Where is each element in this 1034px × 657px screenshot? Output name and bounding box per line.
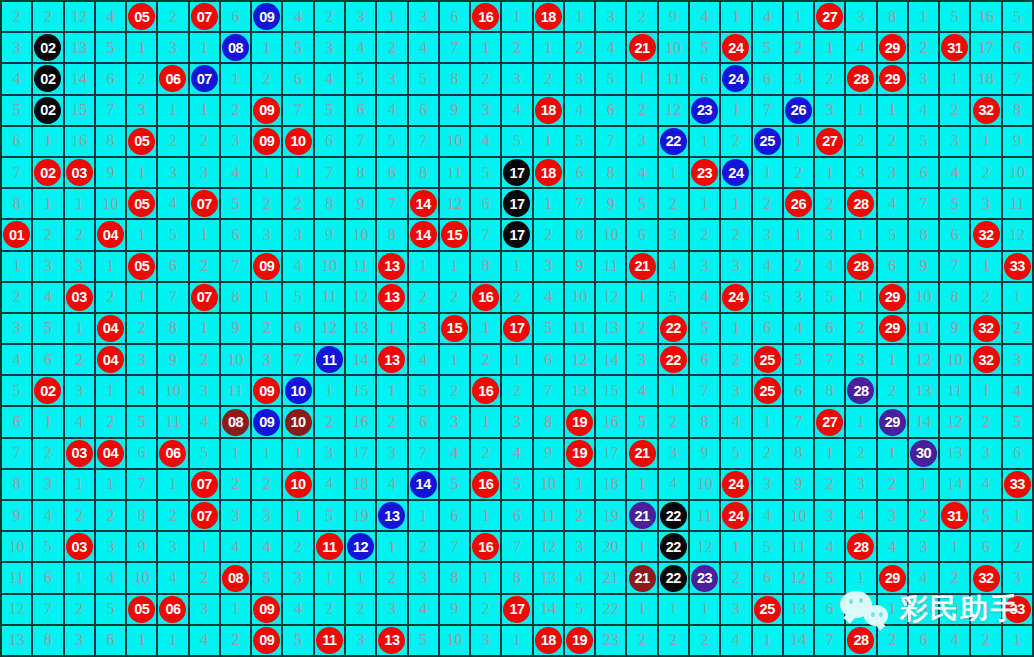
grid-cell: 14 xyxy=(65,64,94,93)
grid-cell: 4 xyxy=(596,33,625,62)
grid-cell: 4 xyxy=(565,96,594,125)
grid-cell: 4 xyxy=(158,563,187,592)
grid-cell: 2 xyxy=(2,2,31,31)
grid-cell: 33 xyxy=(1003,470,1032,499)
grid-cell: 1 xyxy=(221,439,250,468)
grid-cell: 32 xyxy=(971,96,1000,125)
grid-cell: 4 xyxy=(283,252,312,281)
grid-cell: 4 xyxy=(909,563,938,592)
grid-cell: 8 xyxy=(2,189,31,218)
grid-cell: 6 xyxy=(1003,439,1032,468)
grid-cell: 3 xyxy=(252,220,281,249)
grid-cell: 1 xyxy=(534,189,563,218)
grid-cell: 1 xyxy=(659,595,688,624)
grid-cell: 1 xyxy=(252,283,281,312)
grid-cell: 1 xyxy=(721,314,750,343)
grid-cell: 3 xyxy=(315,439,344,468)
grid-cell: 08 xyxy=(221,33,250,62)
grid-cell: 4 xyxy=(846,501,875,530)
grid-cell: 10 xyxy=(221,345,250,374)
grid-cell: 12 xyxy=(534,532,563,561)
ball-11: 11 xyxy=(316,627,343,654)
grid-cell: 6 xyxy=(753,563,782,592)
grid-cell: 11 xyxy=(596,252,625,281)
ball-22: 22 xyxy=(660,533,687,560)
grid-cell: 5 xyxy=(502,127,531,156)
grid-cell: 10 xyxy=(127,563,156,592)
grid-cell: 3 xyxy=(65,252,94,281)
grid-cell: 8 xyxy=(346,158,375,187)
grid-cell: 7 xyxy=(753,96,782,125)
grid-cell: 1 xyxy=(753,626,782,655)
grid-cell: 1 xyxy=(252,33,281,62)
grid-cell: 1 xyxy=(377,376,406,405)
grid-cell: 14 xyxy=(409,220,438,249)
grid-cell: 02 xyxy=(33,96,62,125)
grid-cell: 2 xyxy=(627,314,656,343)
grid-cell: 24 xyxy=(721,33,750,62)
grid-cell: 6 xyxy=(596,96,625,125)
grid-cell: 5 xyxy=(971,501,1000,530)
ball-13: 13 xyxy=(378,253,405,280)
grid-cell: 4 xyxy=(627,376,656,405)
grid-cell: 6 xyxy=(221,220,250,249)
grid-cell: 18 xyxy=(534,626,563,655)
grid-cell: 6 xyxy=(127,439,156,468)
grid-cell: 1 xyxy=(158,470,187,499)
grid-cell: 6 xyxy=(440,501,469,530)
grid-cell: 8 xyxy=(409,158,438,187)
grid-cell: 3 xyxy=(409,314,438,343)
grid-cell: 1 xyxy=(158,96,187,125)
ball-21: 21 xyxy=(629,502,656,529)
grid-cell: 1 xyxy=(815,158,844,187)
grid-cell: 05 xyxy=(127,2,156,31)
grid-cell: 10 xyxy=(534,470,563,499)
grid-cell: 6 xyxy=(283,64,312,93)
grid-cell: 04 xyxy=(96,439,125,468)
grid-cell: 8 xyxy=(96,127,125,156)
grid-cell: 5 xyxy=(409,64,438,93)
grid-cell: 2 xyxy=(33,2,62,31)
grid-cell: 1 xyxy=(96,252,125,281)
grid-cell: 04 xyxy=(96,220,125,249)
grid-cell: 2 xyxy=(377,563,406,592)
ball-10: 10 xyxy=(285,128,312,155)
grid-cell: 2 xyxy=(315,407,344,436)
grid-cell: 2 xyxy=(878,470,907,499)
grid-cell: 03 xyxy=(65,158,94,187)
grid-cell: 9 xyxy=(1003,127,1032,156)
grid-cell: 5 xyxy=(1003,2,1032,31)
grid-cell: 07 xyxy=(190,64,219,93)
ball-14: 14 xyxy=(410,471,437,498)
grid-cell: 10 xyxy=(690,470,719,499)
grid-cell: 5 xyxy=(878,220,907,249)
grid-cell: 17 xyxy=(346,439,375,468)
grid-cell: 4 xyxy=(315,64,344,93)
grid-cell: 6 xyxy=(784,376,813,405)
grid-cell: 3 xyxy=(784,283,813,312)
grid-cell: 4 xyxy=(1003,376,1032,405)
grid-cell: 24 xyxy=(721,501,750,530)
grid-cell: 1 xyxy=(315,376,344,405)
grid-cell: 4 xyxy=(221,158,250,187)
ball-24: 24 xyxy=(722,502,749,529)
grid-cell: 1 xyxy=(190,33,219,62)
grid-cell: 1 xyxy=(190,314,219,343)
grid-cell: 13 xyxy=(377,283,406,312)
grid-cell: 6 xyxy=(815,314,844,343)
grid-cell: 2 xyxy=(409,532,438,561)
grid-cell: 13 xyxy=(909,376,938,405)
grid-cell: 1 xyxy=(690,595,719,624)
grid-cell: 2 xyxy=(971,283,1000,312)
grid-cell: 22 xyxy=(659,314,688,343)
grid-cell: 16 xyxy=(471,2,500,31)
grid-cell: 3 xyxy=(1003,563,1032,592)
ball-05: 05 xyxy=(128,128,155,155)
grid-cell: 6 xyxy=(33,345,62,374)
grid-cell: 8 xyxy=(940,283,969,312)
grid-cell: 2 xyxy=(471,439,500,468)
grid-cell: 2 xyxy=(127,314,156,343)
grid-cell: 5 xyxy=(753,283,782,312)
grid-cell: 5 xyxy=(565,595,594,624)
grid-cell: 3 xyxy=(878,158,907,187)
grid-cell: 5 xyxy=(690,33,719,62)
grid-cell: 1 xyxy=(846,96,875,125)
ball-22: 22 xyxy=(660,315,687,342)
ball-09: 09 xyxy=(253,128,280,155)
grid-cell: 13 xyxy=(377,252,406,281)
grid-cell: 4 xyxy=(346,33,375,62)
grid-cell: 6 xyxy=(565,158,594,187)
grid-cell: 2 xyxy=(659,189,688,218)
grid-cell: 28 xyxy=(846,532,875,561)
grid-cell: 2 xyxy=(565,501,594,530)
grid-cell: 3 xyxy=(940,127,969,156)
grid-cell: 11 xyxy=(315,532,344,561)
grid-cell: 1 xyxy=(221,64,250,93)
grid-cell: 16 xyxy=(346,407,375,436)
grid-cell: 10 xyxy=(1003,158,1032,187)
ball-25: 25 xyxy=(754,128,781,155)
grid-cell: 1 xyxy=(971,595,1000,624)
grid-cell: 19 xyxy=(596,501,625,530)
grid-cell: 17 xyxy=(502,314,531,343)
grid-cell: 13 xyxy=(940,439,969,468)
grid-cell: 29 xyxy=(878,314,907,343)
grid-cell: 11 xyxy=(784,532,813,561)
grid-cell: 14 xyxy=(909,407,938,436)
grid-cell: 1 xyxy=(127,220,156,249)
grid-cell: 1 xyxy=(158,626,187,655)
ball-32: 32 xyxy=(973,221,1000,248)
grid-cell: 2 xyxy=(65,220,94,249)
grid-cell: 1 xyxy=(377,2,406,31)
ball-16: 16 xyxy=(472,284,499,311)
ball-09: 09 xyxy=(253,3,280,30)
grid-cell: 1 xyxy=(65,314,94,343)
ball-16: 16 xyxy=(472,471,499,498)
grid-cell: 1 xyxy=(346,563,375,592)
grid-cell: 7 xyxy=(221,252,250,281)
grid-cell: 12 xyxy=(1003,220,1032,249)
grid-cell: 12 xyxy=(65,2,94,31)
grid-cell: 1 xyxy=(659,376,688,405)
grid-cell: 5 xyxy=(96,595,125,624)
grid-cell: 9 xyxy=(440,96,469,125)
grid-cell: 6 xyxy=(1003,33,1032,62)
grid-cell: 27 xyxy=(815,127,844,156)
grid-cell: 8 xyxy=(815,376,844,405)
grid-cell: 1 xyxy=(127,158,156,187)
ball-04: 04 xyxy=(97,315,124,342)
grid-cell: 11 xyxy=(659,64,688,93)
grid-cell: 2 xyxy=(627,2,656,31)
grid-cell: 4 xyxy=(846,33,875,62)
grid-cell: 1 xyxy=(221,595,250,624)
grid-cell: 3 xyxy=(158,33,187,62)
ball-15: 15 xyxy=(441,315,468,342)
ball-09: 09 xyxy=(253,596,280,623)
grid-cell: 4 xyxy=(283,595,312,624)
grid-cell: 1 xyxy=(909,470,938,499)
grid-cell: 3 xyxy=(659,220,688,249)
grid-cell: 3 xyxy=(471,626,500,655)
grid-cell: 2 xyxy=(221,626,250,655)
grid-cell: 9 xyxy=(565,252,594,281)
grid-cell: 8 xyxy=(784,439,813,468)
grid-cell: 13 xyxy=(565,376,594,405)
grid-cell: 2 xyxy=(502,283,531,312)
grid-cell: 5 xyxy=(940,2,969,31)
grid-cell: 5 xyxy=(2,376,31,405)
grid-cell: 1 xyxy=(846,220,875,249)
grid-cell: 1 xyxy=(1003,626,1032,655)
grid-cell: 1 xyxy=(283,158,312,187)
grid-cell: 10 xyxy=(659,33,688,62)
grid-cell: 2 xyxy=(33,439,62,468)
grid-cell: 11 xyxy=(346,252,375,281)
ball-32: 32 xyxy=(973,315,1000,342)
grid-cell: 7 xyxy=(690,376,719,405)
grid-cell: 6 xyxy=(627,220,656,249)
grid-cell: 26 xyxy=(784,189,813,218)
grid-cell: 18 xyxy=(346,470,375,499)
grid-cell: 5 xyxy=(283,626,312,655)
grid-cell: 1 xyxy=(846,563,875,592)
grid-cell: 10 xyxy=(283,127,312,156)
grid-cell: 2 xyxy=(753,189,782,218)
ball-09: 09 xyxy=(253,97,280,124)
grid-cell: 25 xyxy=(753,376,782,405)
ball-23: 23 xyxy=(691,159,718,186)
grid-cell: 19 xyxy=(565,626,594,655)
grid-cell: 28 xyxy=(846,376,875,405)
grid-cell: 13 xyxy=(377,626,406,655)
grid-cell: 13 xyxy=(596,314,625,343)
grid-cell: 4 xyxy=(96,2,125,31)
grid-cell: 09 xyxy=(252,96,281,125)
grid-cell: 1 xyxy=(627,595,656,624)
grid-cell: 4 xyxy=(815,532,844,561)
grid-cell: 6 xyxy=(815,595,844,624)
grid-cell: 5 xyxy=(627,189,656,218)
grid-cell: 3 xyxy=(190,595,219,624)
ball-29: 29 xyxy=(879,284,906,311)
grid-cell: 5 xyxy=(440,470,469,499)
grid-cell: 5 xyxy=(33,314,62,343)
grid-cell: 12 xyxy=(596,283,625,312)
grid-cell: 2 xyxy=(252,64,281,93)
grid-cell: 6 xyxy=(377,158,406,187)
grid-cell: 1 xyxy=(784,220,813,249)
grid-cell: 2 xyxy=(753,439,782,468)
ball-33: 33 xyxy=(1004,253,1031,280)
grid-cell: 4 xyxy=(127,376,156,405)
ball-06: 06 xyxy=(159,440,186,467)
ball-30: 30 xyxy=(910,440,937,467)
grid-cell: 3 xyxy=(283,220,312,249)
grid-cell: 2 xyxy=(878,626,907,655)
ball-11: 11 xyxy=(316,533,343,560)
trend-grid: 2212405207609423136161181329414127381516… xyxy=(0,0,1034,657)
grid-cell: 1 xyxy=(878,439,907,468)
grid-cell: 13 xyxy=(377,501,406,530)
grid-cell: 2 xyxy=(2,283,31,312)
grid-cell: 10 xyxy=(158,376,187,405)
grid-cell: 2 xyxy=(971,626,1000,655)
grid-cell: 2 xyxy=(690,626,719,655)
grid-cell: 13 xyxy=(65,33,94,62)
ball-16: 16 xyxy=(472,533,499,560)
grid-cell: 02 xyxy=(33,33,62,62)
grid-cell: 2 xyxy=(158,127,187,156)
grid-cell: 28 xyxy=(846,252,875,281)
grid-cell: 3 xyxy=(2,314,31,343)
grid-cell: 5 xyxy=(534,314,563,343)
grid-cell: 3 xyxy=(409,2,438,31)
grid-cell: 5 xyxy=(190,439,219,468)
grid-cell: 04 xyxy=(96,314,125,343)
ball-12: 12 xyxy=(347,533,374,560)
grid-cell: 24 xyxy=(721,158,750,187)
grid-cell: 11 xyxy=(2,563,31,592)
grid-cell: 13 xyxy=(377,345,406,374)
grid-cell: 2 xyxy=(721,345,750,374)
grid-cell: 08 xyxy=(221,407,250,436)
grid-cell: 1 xyxy=(502,626,531,655)
grid-cell: 3 xyxy=(846,470,875,499)
ball-28: 28 xyxy=(847,190,874,217)
grid-cell: 4 xyxy=(96,563,125,592)
grid-cell: 2 xyxy=(534,220,563,249)
grid-cell: 1 xyxy=(940,532,969,561)
grid-cell: 4 xyxy=(65,407,94,436)
grid-cell: 1 xyxy=(878,96,907,125)
grid-cell: 6 xyxy=(409,96,438,125)
grid-cell: 2 xyxy=(252,470,281,499)
grid-cell: 7 xyxy=(158,283,187,312)
grid-cell: 4 xyxy=(753,2,782,31)
grid-cell: 1 xyxy=(690,189,719,218)
grid-cell: 3 xyxy=(158,158,187,187)
grid-cell: 16 xyxy=(65,127,94,156)
grid-cell: 1 xyxy=(721,2,750,31)
grid-cell: 5 xyxy=(815,563,844,592)
grid-cell: 2 xyxy=(315,2,344,31)
grid-cell: 01 xyxy=(2,220,31,249)
grid-cell: 8 xyxy=(377,220,406,249)
grid-cell: 07 xyxy=(190,470,219,499)
grid-cell: 7 xyxy=(96,96,125,125)
grid-cell: 3 xyxy=(33,252,62,281)
grid-cell: 1 xyxy=(471,33,500,62)
grid-cell: 1 xyxy=(409,501,438,530)
grid-cell: 1 xyxy=(502,252,531,281)
grid-cell: 22 xyxy=(659,501,688,530)
grid-cell: 09 xyxy=(252,2,281,31)
grid-cell: 9 xyxy=(127,532,156,561)
ball-13: 13 xyxy=(378,284,405,311)
ball-33: 33 xyxy=(1004,471,1031,498)
grid-cell: 3 xyxy=(721,252,750,281)
grid-cell: 16 xyxy=(471,470,500,499)
grid-cell: 1 xyxy=(753,158,782,187)
grid-cell: 9 xyxy=(315,220,344,249)
grid-cell: 7 xyxy=(127,470,156,499)
grid-cell: 1 xyxy=(96,470,125,499)
grid-cell: 10 xyxy=(909,283,938,312)
ball-21: 21 xyxy=(629,253,656,280)
grid-cell: 5 xyxy=(409,376,438,405)
grid-cell: 3 xyxy=(127,96,156,125)
grid-cell: 27 xyxy=(815,407,844,436)
grid-cell: 5 xyxy=(346,64,375,93)
grid-cell: 3 xyxy=(909,64,938,93)
grid-cell: 7 xyxy=(283,345,312,374)
grid-cell: 1 xyxy=(33,127,62,156)
ball-29: 29 xyxy=(879,315,906,342)
grid-cell: 04 xyxy=(96,345,125,374)
ball-27: 27 xyxy=(816,128,843,155)
grid-cell: 8 xyxy=(878,2,907,31)
grid-cell: 29 xyxy=(878,64,907,93)
grid-cell: 2 xyxy=(471,64,500,93)
grid-cell: 1 xyxy=(471,563,500,592)
grid-cell: 2 xyxy=(909,501,938,530)
grid-cell: 5 xyxy=(283,33,312,62)
ball-02: 02 xyxy=(34,377,61,404)
grid-cell: 4 xyxy=(753,252,782,281)
grid-cell: 6 xyxy=(502,501,531,530)
ball-06: 06 xyxy=(159,65,186,92)
grid-cell: 2 xyxy=(221,470,250,499)
grid-cell: 11 xyxy=(1003,189,1032,218)
grid-cell: 1 xyxy=(33,407,62,436)
grid-cell: 2 xyxy=(721,220,750,249)
grid-cell: 2 xyxy=(1003,314,1032,343)
grid-cell: 7 xyxy=(815,345,844,374)
grid-cell: 3 xyxy=(127,345,156,374)
grid-cell: 8 xyxy=(690,407,719,436)
grid-cell: 1 xyxy=(409,252,438,281)
grid-cell: 2 xyxy=(283,532,312,561)
ball-28: 28 xyxy=(847,627,874,654)
grid-cell: 23 xyxy=(596,626,625,655)
